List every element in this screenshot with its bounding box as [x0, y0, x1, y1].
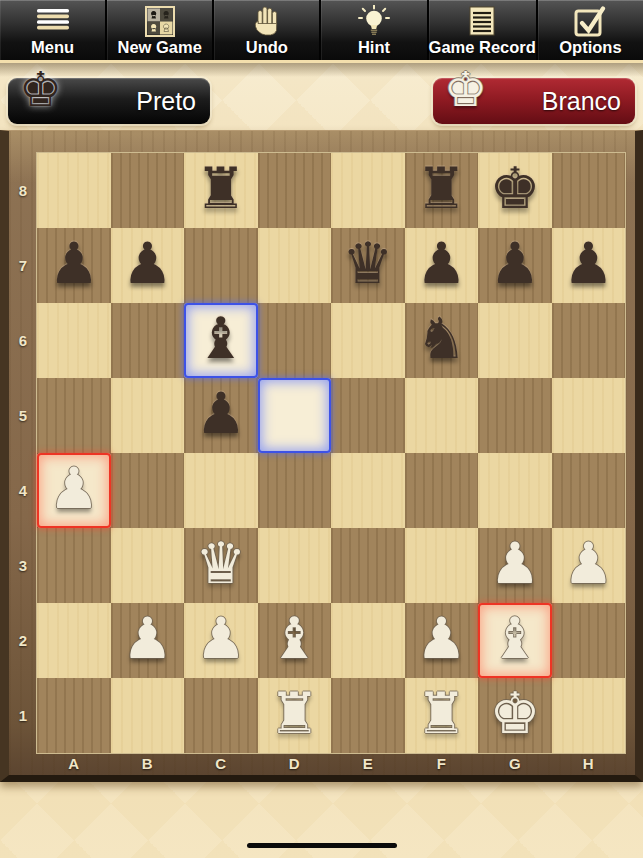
square-e7[interactable]: ♛ [331, 228, 405, 303]
black-king-g8[interactable]: ♚ [489, 160, 540, 217]
square-b7[interactable]: ♟ [111, 228, 185, 303]
board-grid: ♜♜♚♟♟♛♟♟♟♝♞♟♟♛♟♟♟♟♝♟♝♜♜♚ [37, 153, 625, 753]
square-g1[interactable]: ♚ [478, 678, 552, 753]
square-e5[interactable] [331, 378, 405, 453]
square-f8[interactable]: ♜ [405, 153, 479, 228]
square-a7[interactable]: ♟ [37, 228, 111, 303]
white-pawn-f2[interactable]: ♟ [416, 610, 467, 667]
game-record-label: Game Record [429, 38, 536, 57]
file-label-b: B [111, 752, 185, 775]
app-screen: Menu New Game [0, 0, 643, 858]
square-a4[interactable]: ♟ [37, 453, 111, 528]
white-pawn-c2[interactable]: ♟ [195, 610, 246, 667]
black-rook-c8[interactable]: ♜ [195, 160, 246, 217]
white-player-name: Branco [542, 87, 621, 116]
game-record-button[interactable]: Game Record [429, 0, 538, 60]
square-c6[interactable]: ♝ [184, 303, 258, 378]
square-c2[interactable]: ♟ [184, 603, 258, 678]
file-label-a: A [37, 752, 111, 775]
white-rook-d1[interactable]: ♜ [269, 685, 320, 742]
white-king-g1[interactable]: ♚ [489, 685, 540, 742]
square-d5[interactable] [258, 378, 332, 453]
square-h2[interactable] [552, 603, 626, 678]
square-b5[interactable] [111, 378, 185, 453]
square-c4[interactable] [184, 453, 258, 528]
rank-label-8: 8 [9, 153, 37, 228]
square-f1[interactable]: ♜ [405, 678, 479, 753]
black-pawn-b7[interactable]: ♟ [122, 235, 173, 292]
square-a1[interactable] [37, 678, 111, 753]
rank-label-6: 6 [9, 303, 37, 378]
white-bishop-g2[interactable]: ♝ [489, 610, 540, 667]
rank-labels: 87654321 [9, 153, 37, 753]
white-pawn-g3[interactable]: ♟ [489, 535, 540, 592]
square-c7[interactable] [184, 228, 258, 303]
chess-board: 87654321 ♜♜♚♟♟♛♟♟♟♝♞♟♟♛♟♟♟♟♝♟♝♜♜♚ ABCDEF… [0, 130, 643, 782]
menu-label: Menu [31, 38, 74, 57]
square-d8[interactable] [258, 153, 332, 228]
square-h6[interactable] [552, 303, 626, 378]
square-e6[interactable] [331, 303, 405, 378]
square-b6[interactable] [111, 303, 185, 378]
file-label-c: C [184, 752, 258, 775]
file-label-e: E [331, 752, 405, 775]
square-e1[interactable] [331, 678, 405, 753]
file-label-g: G [478, 752, 552, 775]
square-f5[interactable] [405, 378, 479, 453]
square-d3[interactable] [258, 528, 332, 603]
rank-label-7: 7 [9, 228, 37, 303]
white-pawn-a4[interactable]: ♟ [48, 460, 99, 517]
square-c5[interactable]: ♟ [184, 378, 258, 453]
white-king-icon: ♚ [444, 65, 487, 113]
black-pawn-c5[interactable]: ♟ [195, 385, 246, 442]
white-pawn-h3[interactable]: ♟ [563, 535, 614, 592]
square-c3[interactable]: ♛ [184, 528, 258, 603]
square-d4[interactable] [258, 453, 332, 528]
rank-label-2: 2 [9, 603, 37, 678]
undo-label: Undo [246, 38, 288, 57]
player-bar-black: ♚ Preto [8, 78, 210, 124]
black-bishop-c6[interactable]: ♝ [195, 310, 246, 367]
square-e2[interactable] [331, 603, 405, 678]
square-c1[interactable] [184, 678, 258, 753]
toolbar-shadow [0, 63, 643, 77]
rank-label-3: 3 [9, 528, 37, 603]
hint-bulb-icon [356, 5, 392, 37]
square-h7[interactable]: ♟ [552, 228, 626, 303]
options-label: Options [559, 38, 621, 57]
white-queen-c3[interactable]: ♛ [195, 535, 246, 592]
black-king-icon: ♚ [19, 65, 62, 113]
square-b3[interactable] [111, 528, 185, 603]
black-rook-f8[interactable]: ♜ [416, 160, 467, 217]
file-label-d: D [258, 752, 332, 775]
black-knight-f6[interactable]: ♞ [416, 310, 467, 367]
square-e4[interactable] [331, 453, 405, 528]
game-record-icon [469, 5, 495, 37]
file-label-h: H [552, 752, 626, 775]
square-g5[interactable] [478, 378, 552, 453]
square-d7[interactable] [258, 228, 332, 303]
white-bishop-d2[interactable]: ♝ [269, 610, 320, 667]
square-a6[interactable] [37, 303, 111, 378]
square-e3[interactable] [331, 528, 405, 603]
square-g8[interactable]: ♚ [478, 153, 552, 228]
square-h3[interactable]: ♟ [552, 528, 626, 603]
square-d6[interactable] [258, 303, 332, 378]
square-c8[interactable]: ♜ [184, 153, 258, 228]
square-b2[interactable]: ♟ [111, 603, 185, 678]
square-g2[interactable]: ♝ [478, 603, 552, 678]
square-a5[interactable] [37, 378, 111, 453]
rank-label-4: 4 [9, 453, 37, 528]
toolbar: Menu New Game [0, 0, 643, 63]
square-d2[interactable]: ♝ [258, 603, 332, 678]
square-g7[interactable]: ♟ [478, 228, 552, 303]
rank-label-5: 5 [9, 378, 37, 453]
menu-icon [36, 5, 70, 37]
undo-hand-icon [252, 5, 282, 37]
square-g4[interactable] [478, 453, 552, 528]
black-queen-e7[interactable]: ♛ [342, 235, 393, 292]
file-labels: ABCDEFGH [37, 752, 625, 775]
black-pawn-h7[interactable]: ♟ [563, 235, 614, 292]
black-pawn-f7[interactable]: ♟ [416, 235, 467, 292]
square-a3[interactable] [37, 528, 111, 603]
square-h4[interactable] [552, 453, 626, 528]
file-label-f: F [405, 752, 479, 775]
square-f4[interactable] [405, 453, 479, 528]
white-rook-f1[interactable]: ♜ [416, 685, 467, 742]
square-e8[interactable] [331, 153, 405, 228]
new-game-button[interactable]: New Game [107, 0, 214, 60]
square-f3[interactable] [405, 528, 479, 603]
square-h8[interactable] [552, 153, 626, 228]
square-a8[interactable] [37, 153, 111, 228]
player-bar-white: ♚ Branco [433, 78, 635, 124]
menu-button[interactable]: Menu [0, 0, 107, 60]
black-pawn-g7[interactable]: ♟ [489, 235, 540, 292]
options-button[interactable]: Options [538, 0, 643, 60]
black-pawn-a7[interactable]: ♟ [48, 235, 99, 292]
rank-label-1: 1 [9, 678, 37, 753]
square-b4[interactable] [111, 453, 185, 528]
square-g3[interactable]: ♟ [478, 528, 552, 603]
square-d1[interactable]: ♜ [258, 678, 332, 753]
white-pawn-b2[interactable]: ♟ [122, 610, 173, 667]
square-b8[interactable] [111, 153, 185, 228]
square-b1[interactable] [111, 678, 185, 753]
square-h5[interactable] [552, 378, 626, 453]
hint-label: Hint [358, 38, 390, 57]
square-h1[interactable] [552, 678, 626, 753]
square-f6[interactable]: ♞ [405, 303, 479, 378]
stage: ♚ Preto ♚ Branco 87654321 ♜♜♚♟♟♛♟♟♟♝♞♟♟♛… [0, 63, 643, 858]
new-game-icon [145, 5, 175, 37]
options-checkbox-icon [574, 5, 606, 37]
undo-button[interactable]: Undo [214, 0, 321, 60]
square-a2[interactable] [37, 603, 111, 678]
hint-button[interactable]: Hint [321, 0, 428, 60]
square-f7[interactable]: ♟ [405, 228, 479, 303]
square-f2[interactable]: ♟ [405, 603, 479, 678]
square-g6[interactable] [478, 303, 552, 378]
new-game-label: New Game [118, 38, 202, 57]
home-indicator[interactable] [247, 843, 397, 848]
black-player-name: Preto [136, 87, 196, 116]
